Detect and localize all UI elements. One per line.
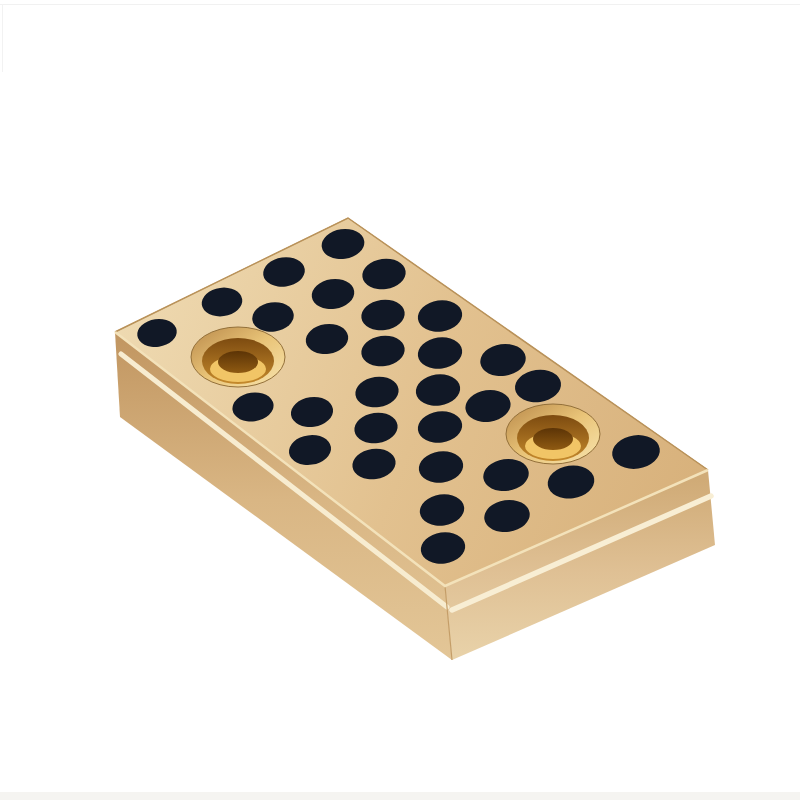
hole-through-bore	[533, 428, 573, 450]
wear-plate-photo-canvas	[0, 0, 800, 800]
product-photo	[0, 0, 800, 800]
photo-edge-artifact	[2, 4, 3, 72]
counterbored-mounting-hole	[191, 327, 285, 387]
counterbored-mounting-hole	[506, 404, 600, 464]
photo-edge-artifact	[0, 4, 800, 5]
photo-edge-artifact	[0, 792, 800, 800]
hole-through-bore	[218, 351, 258, 373]
